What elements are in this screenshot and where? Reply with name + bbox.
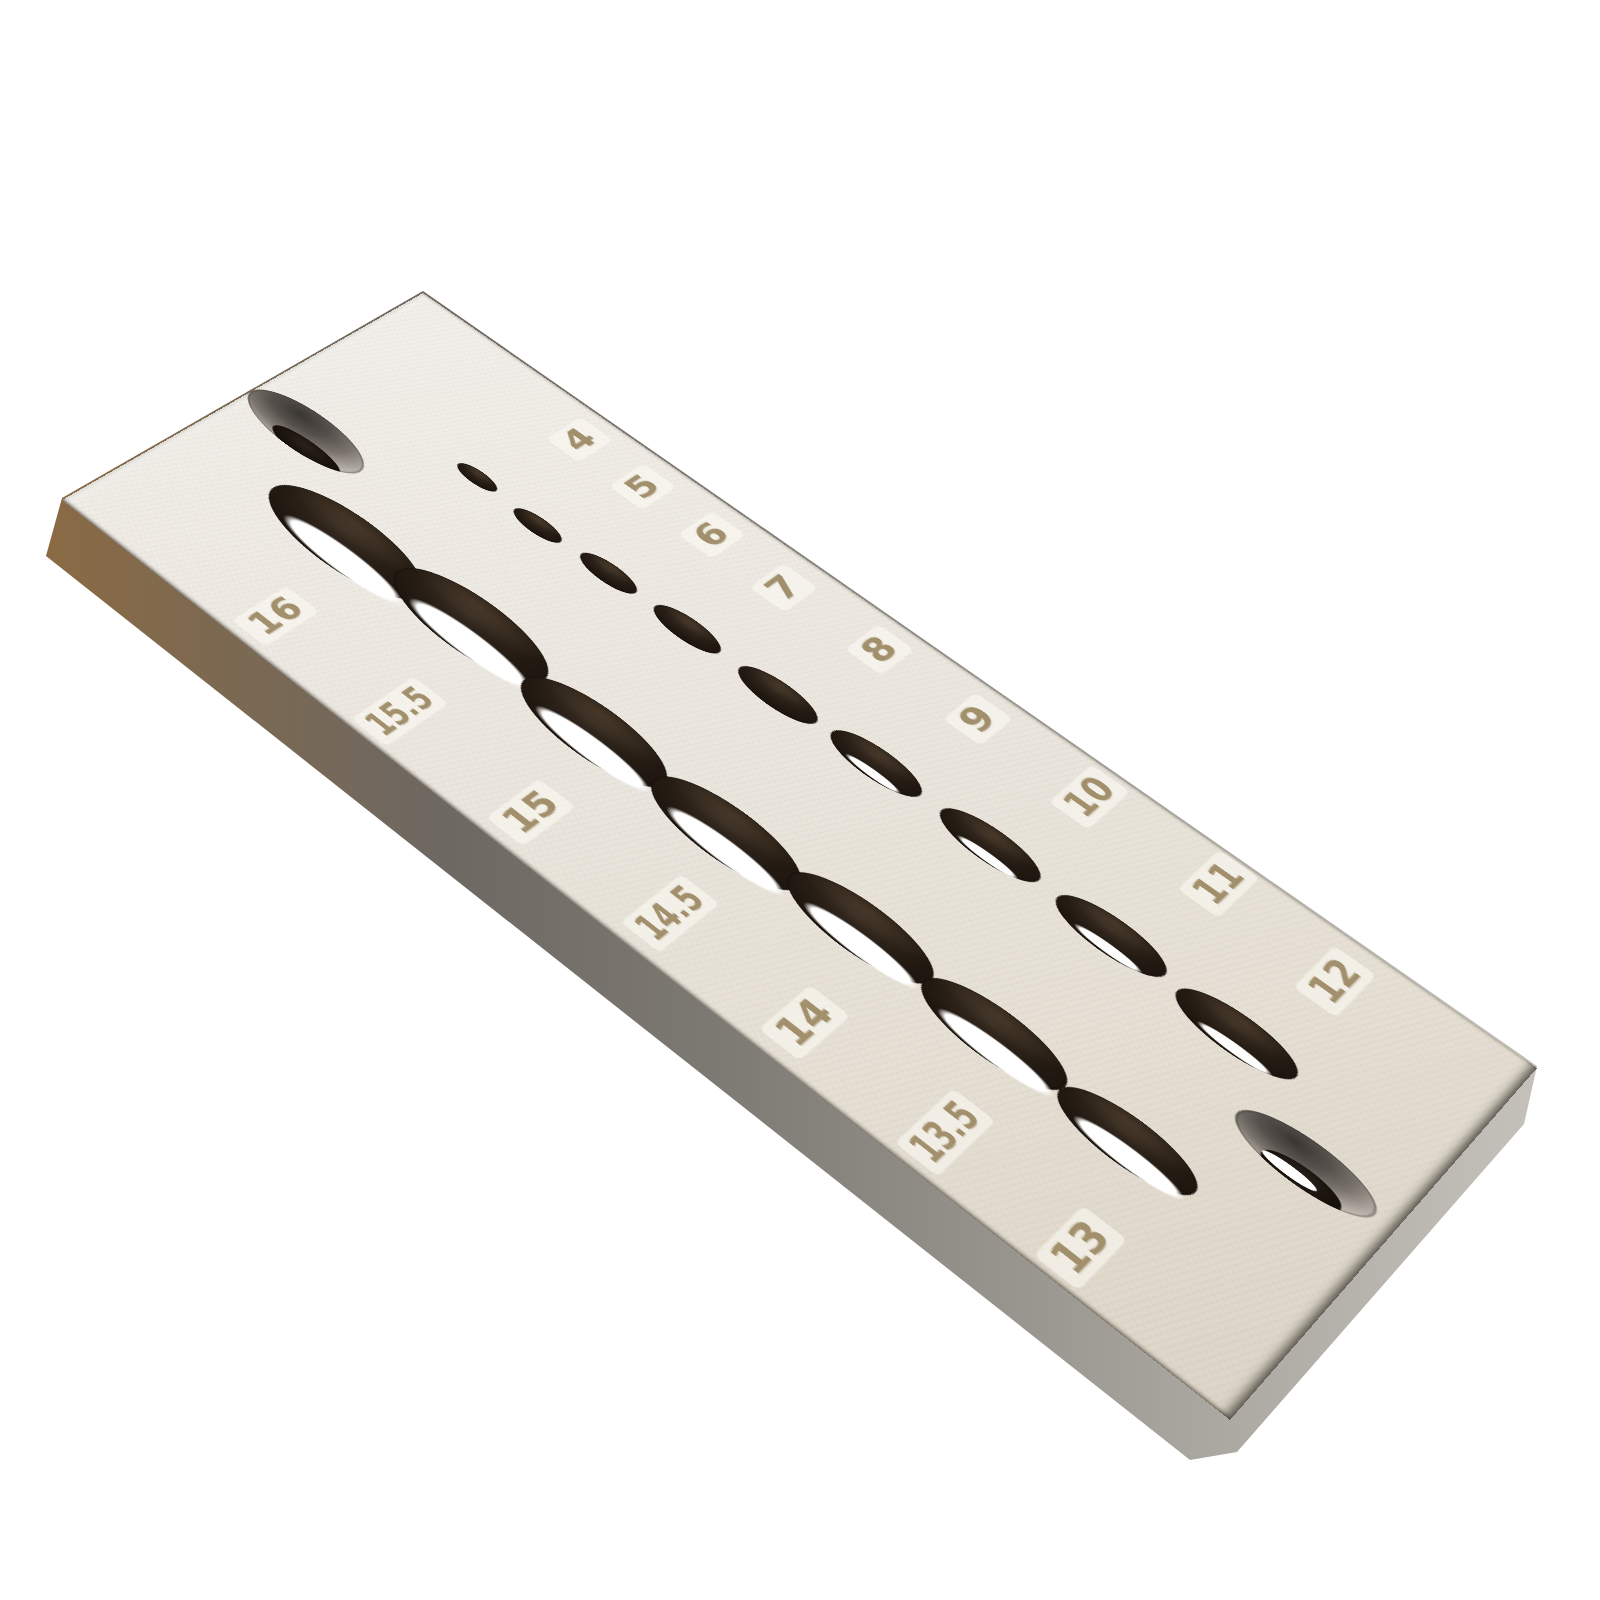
hole-label-14: 14 — [759, 985, 851, 1062]
hole-label-text: 8 — [845, 624, 915, 675]
hole-label-9: 9 — [943, 693, 1013, 746]
countersunk-hole-top-left — [231, 380, 381, 485]
hole-through-light — [1066, 1109, 1191, 1208]
countersunk-hole-bottom-right — [1221, 1096, 1391, 1232]
hole-label-text: 15.5 — [351, 677, 448, 747]
hole-label-text: 13.5 — [895, 1089, 996, 1177]
hole-label-text: 6 — [678, 511, 746, 559]
hole-through-light — [795, 895, 927, 997]
hole-label-8: 8 — [845, 624, 915, 675]
hole-label-text: 10 — [1049, 765, 1131, 830]
hole-label-5: 5 — [609, 464, 677, 510]
hole-12 — [1163, 977, 1310, 1092]
hole-label-4: 4 — [546, 417, 613, 462]
hole-label-text: 16 — [232, 586, 320, 647]
hole-label-12: 12 — [1293, 946, 1377, 1018]
hole-14 — [769, 858, 950, 998]
hole-label-text: 15 — [486, 778, 576, 846]
hole-label-text: 4 — [546, 417, 613, 462]
plate-top-face: 4567891011121615.51514.51413.513 — [62, 293, 1537, 1420]
countersink-bore — [265, 420, 348, 479]
hole-through-light — [1193, 1018, 1276, 1080]
hole-5 — [507, 503, 568, 546]
hole-through-light — [930, 1002, 1061, 1104]
hole-9 — [819, 721, 932, 805]
hole-through-light — [842, 751, 904, 797]
hole-label-6: 6 — [678, 511, 746, 559]
hole-through-light — [399, 592, 540, 696]
hole-13 — [1042, 1072, 1212, 1209]
hole-label-text: 7 — [750, 563, 819, 612]
hole-13_5 — [905, 964, 1084, 1106]
product-photo: 4567891011121615.51514.51413.513 — [0, 0, 1600, 1600]
hole-label-text: 12 — [1293, 946, 1377, 1018]
hole-label-10: 10 — [1049, 765, 1131, 830]
hole-label-11: 11 — [1177, 850, 1260, 919]
hole-label-text: 14.5 — [621, 875, 720, 953]
hole-label-text: 5 — [609, 464, 677, 510]
hole-label-14_5: 14.5 — [621, 875, 720, 953]
hole-through-light — [953, 832, 1022, 883]
hole-label-text: 9 — [943, 693, 1013, 746]
hole-label-15: 15 — [486, 778, 576, 846]
hole-11 — [1043, 884, 1178, 987]
hole-label-text: 11 — [1177, 850, 1260, 919]
hole-10 — [928, 799, 1052, 892]
hole-label-text: 14 — [759, 985, 851, 1062]
hole-6 — [573, 548, 645, 599]
hole-label-16: 16 — [232, 586, 320, 647]
hole-label-13_5: 13.5 — [895, 1089, 996, 1177]
hole-4 — [452, 460, 503, 496]
hole-label-15_5: 15.5 — [351, 677, 448, 747]
hole-label-7: 7 — [750, 563, 819, 612]
hole-through-light — [1071, 921, 1146, 977]
hole-8 — [728, 658, 827, 730]
hole-7 — [645, 599, 729, 660]
